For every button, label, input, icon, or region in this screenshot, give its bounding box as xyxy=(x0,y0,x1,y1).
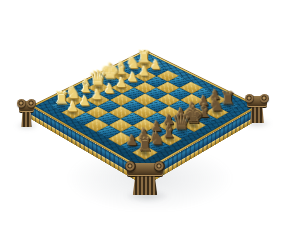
piece-white-gold-pawn-g2[interactable]: ♟ xyxy=(139,65,150,77)
piece-white-gold-pawn-h2[interactable]: ♟ xyxy=(150,59,161,71)
column-foot-left-icon xyxy=(19,101,34,127)
piece-white-gold-pawn-c2[interactable]: ♟ xyxy=(92,88,104,101)
chess-board: ♜♟♟♜♞♟♟♞♝♟♟♝♚♟♟♚♛♟♟♛♝♟♟♝♞♟♟♞♜♟♟♜ xyxy=(30,50,259,172)
column-foot-right-icon xyxy=(247,96,267,123)
piece-white-gold-pawn-f2[interactable]: ♟ xyxy=(127,70,138,83)
gold-rim: ♜♟♟♜♞♟♟♞♝♟♟♝♚♟♟♚♛♟♟♛♝♟♟♝♞♟♟♞♜♟♟♜ xyxy=(30,50,259,172)
blue-enamel-border: ♜♟♟♜♞♟♟♞♝♟♟♝♚♟♟♚♛♟♟♛♝♟♟♝♞♟♟♞♜♟♟♜ xyxy=(35,52,256,170)
piece-white-gold-pawn-a2[interactable]: ♟ xyxy=(67,101,79,114)
product-photo-stage: ♜♟♟♜♞♟♟♞♝♟♟♝♚♟♟♚♛♟♟♛♝♟♟♝♞♟♟♞♜♟♟♜ xyxy=(0,0,290,229)
piece-black-bronze-rook-a8[interactable]: ♜ xyxy=(136,136,152,154)
piece-white-gold-pawn-e2[interactable]: ♟ xyxy=(116,76,127,89)
column-foot-front-icon xyxy=(127,163,163,195)
piece-white-gold-pawn-d2[interactable]: ♟ xyxy=(104,82,115,95)
piece-white-gold-pawn-b2[interactable]: ♟ xyxy=(79,94,91,107)
